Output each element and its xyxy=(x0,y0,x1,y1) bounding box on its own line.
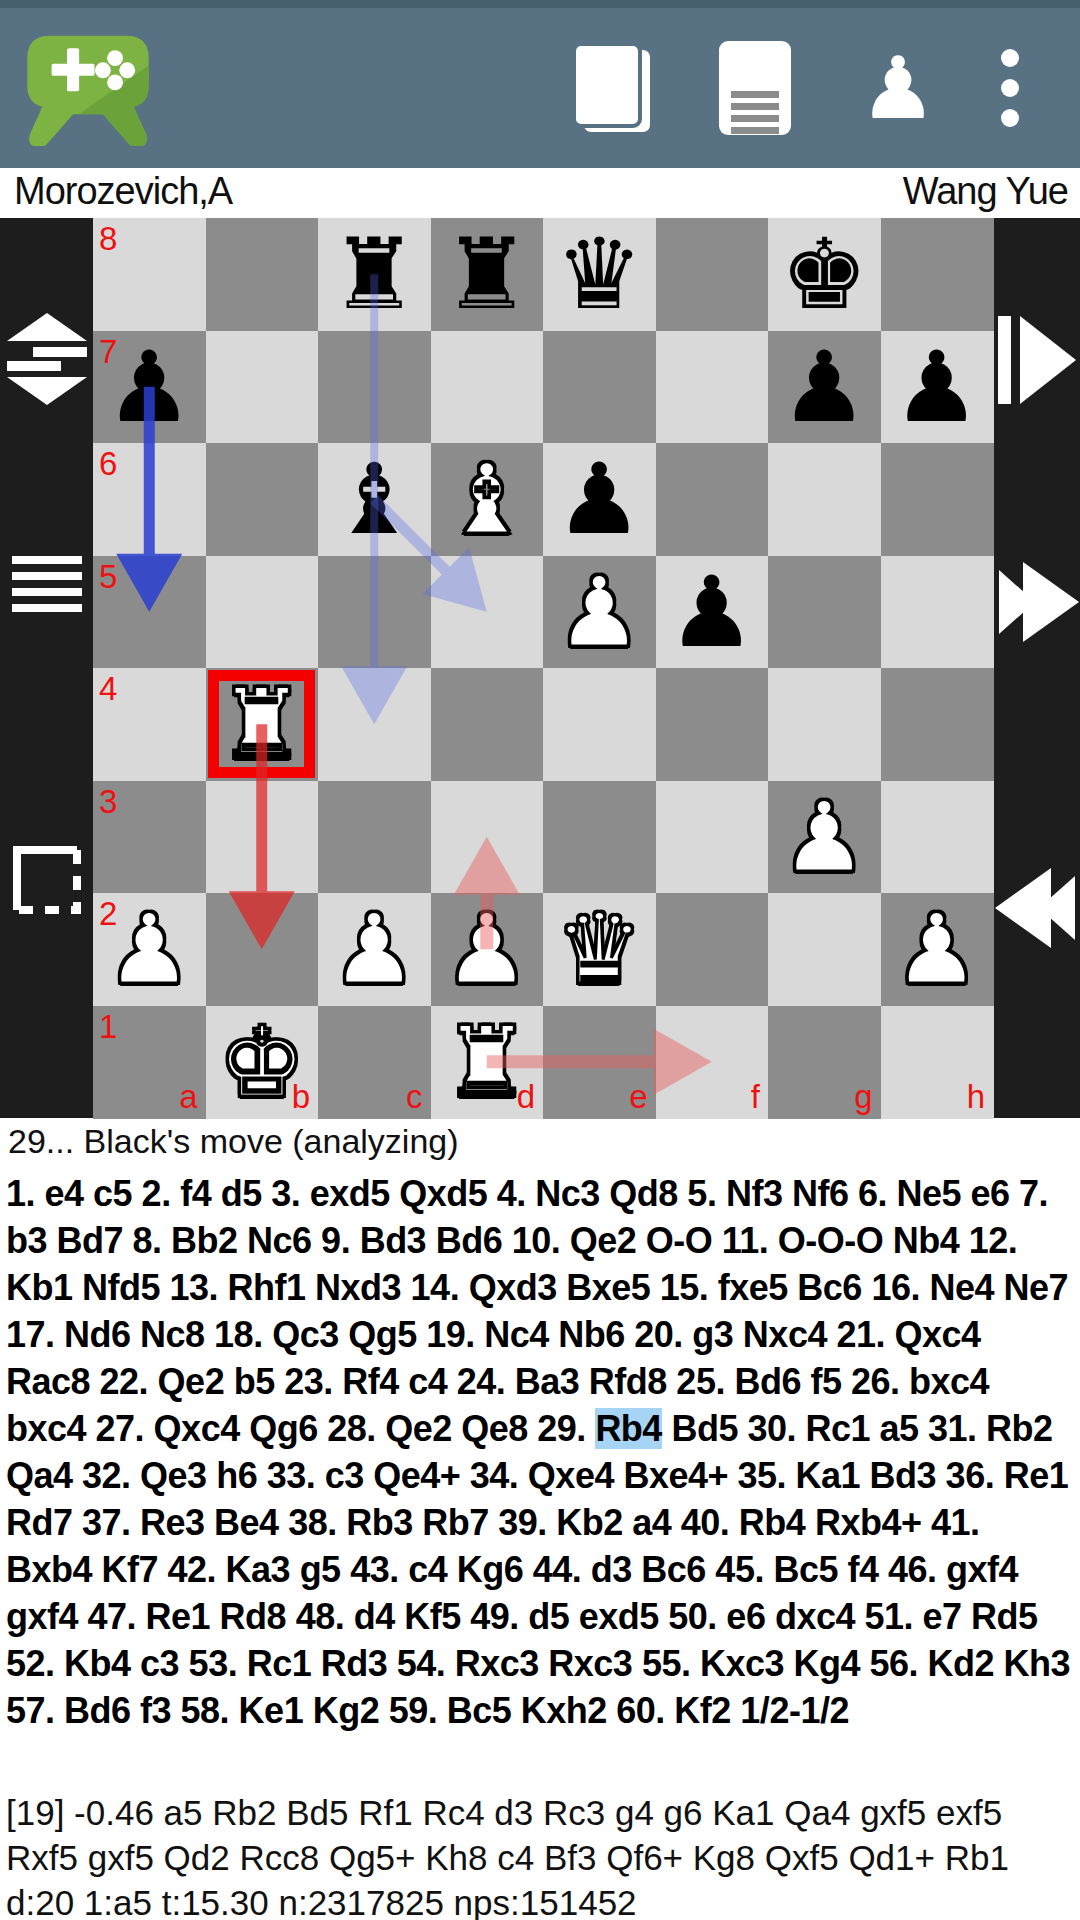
fast-forward-button[interactable] xyxy=(993,560,1080,644)
piece-black-p-f5[interactable]: ♟ xyxy=(656,556,769,669)
piece-black-k-g8[interactable]: ♚ xyxy=(768,218,881,331)
square-g6[interactable] xyxy=(768,443,881,556)
square-d4[interactable] xyxy=(431,668,544,781)
document-icon xyxy=(717,39,793,137)
square-g4[interactable] xyxy=(768,668,881,781)
square-h8[interactable] xyxy=(881,218,994,331)
square-b7[interactable] xyxy=(206,331,319,444)
file-label-g: g xyxy=(768,1078,873,1116)
piece-white-q-e2[interactable]: ♛ xyxy=(543,893,656,1006)
current-move-highlight[interactable]: Rb4 xyxy=(595,1408,662,1449)
square-e7[interactable] xyxy=(543,331,656,444)
fast-forward-icon xyxy=(995,560,1079,644)
file-label-c: c xyxy=(318,1078,423,1116)
square-f7[interactable] xyxy=(656,331,769,444)
file-label-h: h xyxy=(881,1078,986,1116)
open-book-button[interactable] xyxy=(567,36,657,140)
engine-line: [19] -0.46 a5 Rb2 Bd5 Rf1 Rc4 d3 Rc3 g4 … xyxy=(6,1790,1074,1880)
flip-board-button[interactable] xyxy=(0,313,93,405)
piece-black-p-h7[interactable]: ♟ xyxy=(881,331,994,444)
piece-white-b-d6[interactable]: ♝ xyxy=(431,443,544,556)
black-player-name: Wang Yue xyxy=(903,170,1068,213)
engine-output: [19] -0.46 a5 Rb2 Bd5 Rf1 Rc4 d3 Rc3 g4 … xyxy=(6,1790,1074,1920)
piece-black-b-c6[interactable]: ♝ xyxy=(318,443,431,556)
chess-board[interactable]: 87654321abcdefgh♜♜♛♚♟♟♟♝♝♟♟♟♜♟♟♟♟♛♟♚♜ xyxy=(93,218,993,1118)
file-label-b: b xyxy=(206,1078,311,1116)
square-f8[interactable] xyxy=(656,218,769,331)
piece-black-r-c8[interactable]: ♜ xyxy=(318,218,431,331)
square-f6[interactable] xyxy=(656,443,769,556)
overflow-menu-button[interactable] xyxy=(975,36,1045,140)
move-list-button[interactable] xyxy=(0,556,93,614)
next-move-icon xyxy=(998,316,1076,404)
square-b2[interactable] xyxy=(206,893,319,1006)
rewind-button[interactable] xyxy=(993,866,1080,950)
moves-after[interactable]: Bd5 30. Rc1 a5 31. Rb2 Qa4 32. Qe3 h6 33… xyxy=(6,1408,1070,1731)
square-h4[interactable] xyxy=(881,668,994,781)
square-b5[interactable] xyxy=(206,556,319,669)
square-d7[interactable] xyxy=(431,331,544,444)
right-toolbar xyxy=(993,218,1080,1118)
piece-white-p-g3[interactable]: ♟ xyxy=(768,781,881,894)
pawn-icon: ♟ xyxy=(859,45,936,131)
rank-label-2: 2 xyxy=(99,895,117,933)
piece-black-r-d8[interactable]: ♜ xyxy=(431,218,544,331)
piece-black-q-e8[interactable]: ♛ xyxy=(543,218,656,331)
book-icon xyxy=(570,40,654,136)
rank-label-1: 1 xyxy=(99,1008,117,1046)
file-label-a: a xyxy=(93,1078,198,1116)
piece-white-p-e5[interactable]: ♟ xyxy=(543,556,656,669)
square-e3[interactable] xyxy=(543,781,656,894)
game-list-button[interactable] xyxy=(710,36,800,140)
square-c4[interactable] xyxy=(318,668,431,781)
square-c5[interactable] xyxy=(318,556,431,669)
square-c7[interactable] xyxy=(318,331,431,444)
piece-white-p-h2[interactable]: ♟ xyxy=(881,893,994,1006)
square-f2[interactable] xyxy=(656,893,769,1006)
square-g2[interactable] xyxy=(768,893,881,1006)
file-label-d: d xyxy=(431,1078,536,1116)
square-e4[interactable] xyxy=(543,668,656,781)
square-d5[interactable] xyxy=(431,556,544,669)
square-c3[interactable] xyxy=(318,781,431,894)
flip-board-icon xyxy=(7,313,87,405)
rewind-icon xyxy=(995,866,1079,950)
player-names-row: Morozevich,A Wang Yue xyxy=(0,168,1080,218)
square-f4[interactable] xyxy=(656,668,769,781)
left-toolbar xyxy=(0,218,93,1118)
file-label-e: e xyxy=(543,1078,648,1116)
piece-white-r-b4[interactable]: ♜ xyxy=(206,668,319,781)
move-status-line: 29... Black's move (analyzing) xyxy=(8,1122,1072,1161)
square-f3[interactable] xyxy=(656,781,769,894)
setup-board-button[interactable] xyxy=(0,846,93,914)
piece-black-p-g7[interactable]: ♟ xyxy=(768,331,881,444)
move-list-icon xyxy=(12,556,82,614)
piece-white-p-c2[interactable]: ♟ xyxy=(318,893,431,1006)
rank-label-8: 8 xyxy=(99,220,117,258)
rank-label-4: 4 xyxy=(99,670,117,708)
square-d3[interactable] xyxy=(431,781,544,894)
rank-label-5: 5 xyxy=(99,558,117,596)
rank-label-6: 6 xyxy=(99,445,117,483)
file-label-f: f xyxy=(656,1078,761,1116)
overflow-menu-icon xyxy=(999,40,1021,136)
engine-play-button[interactable]: ♟ xyxy=(853,36,943,140)
piece-black-p-e6[interactable]: ♟ xyxy=(543,443,656,556)
next-move-button[interactable] xyxy=(993,316,1080,404)
move-list-text[interactable]: 1. e4 c5 2. f4 d5 3. exd5 Qxd5 4. Nc3 Qd… xyxy=(6,1170,1074,1734)
piece-white-p-d2[interactable]: ♟ xyxy=(431,893,544,1006)
square-b6[interactable] xyxy=(206,443,319,556)
square-h6[interactable] xyxy=(881,443,994,556)
app-bar: ♟ xyxy=(0,8,1080,168)
play-games-logo-icon xyxy=(18,30,158,146)
square-b3[interactable] xyxy=(206,781,319,894)
white-player-name: Morozevich,A xyxy=(14,170,232,213)
rank-label-3: 3 xyxy=(99,783,117,821)
setup-board-icon xyxy=(13,846,81,914)
status-bar xyxy=(0,0,1080,8)
square-b8[interactable] xyxy=(206,218,319,331)
square-h5[interactable] xyxy=(881,556,994,669)
square-g5[interactable] xyxy=(768,556,881,669)
rank-label-7: 7 xyxy=(99,333,117,371)
engine-stats: d:20 1:a5 t:15.30 n:2317825 nps:151452 xyxy=(6,1880,1074,1920)
square-h3[interactable] xyxy=(881,781,994,894)
